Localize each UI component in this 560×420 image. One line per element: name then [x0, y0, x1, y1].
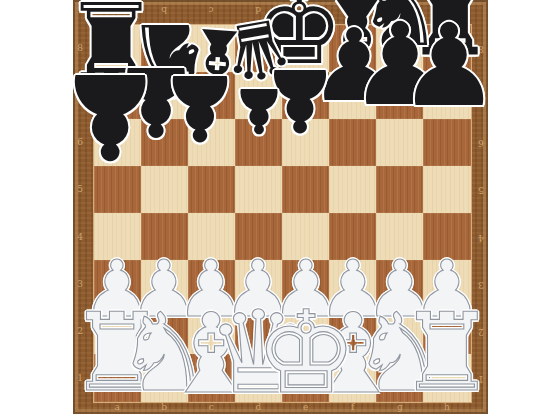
piece-black-pawn-c7[interactable]: ♟: [159, 62, 241, 153]
square-h5[interactable]: [423, 166, 470, 213]
piece-black-pawn-h7[interactable]: ♟: [398, 9, 500, 123]
piece-white-king-e1[interactable]: ♚: [255, 296, 357, 410]
rank-label-right-5: 5: [478, 185, 484, 194]
square-c5[interactable]: [188, 166, 235, 213]
rank-label-left-5: 5: [77, 185, 83, 194]
piece-white-rook-h1[interactable]: ♜: [399, 299, 496, 407]
square-e5[interactable]: [282, 166, 329, 213]
rank-label-right-6: 6: [478, 138, 484, 147]
square-f5[interactable]: [329, 166, 376, 213]
piece-black-pawn-a7[interactable]: ♟: [57, 57, 163, 175]
square-g5[interactable]: [376, 166, 423, 213]
square-d5[interactable]: [235, 166, 282, 213]
rank-label-left-4: 4: [77, 232, 83, 241]
rank-label-right-4: 4: [478, 232, 484, 241]
